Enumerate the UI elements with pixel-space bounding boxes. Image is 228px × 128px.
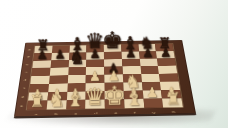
square-c4[interactable]	[67, 75, 86, 83]
square-b4[interactable]	[49, 75, 68, 83]
square-h1[interactable]: ♜	[162, 98, 183, 107]
square-d6[interactable]	[86, 59, 104, 67]
square-g4[interactable]	[141, 74, 160, 82]
piece-white-pawn-d4[interactable]: ♟	[89, 70, 101, 83]
square-c1[interactable]: ♝	[66, 100, 86, 109]
board-grid: ♜♝♛♚♝♞♜♟♟♟♟♟♟♟♞♟♟♟♞♟♟♟♟♟♟♜♞♝♛♚♝♜	[27, 44, 183, 110]
square-e1[interactable]: ♚	[105, 99, 125, 108]
piece-black-pawn-g7[interactable]: ♟	[142, 46, 153, 59]
square-a1[interactable]: ♜	[27, 101, 47, 110]
rank-label-7: 7	[27, 56, 30, 58]
rank-label-5: 5	[25, 71, 29, 74]
rank-label-1: 1	[20, 104, 24, 107]
piece-black-pawn-a7[interactable]: ♟	[36, 48, 47, 61]
piece-white-bishop-f1[interactable]: ♝	[125, 88, 143, 108]
piece-white-rook-h1[interactable]: ♜	[165, 90, 180, 107]
piece-white-rook-a1[interactable]: ♜	[29, 93, 44, 110]
square-h4[interactable]	[159, 73, 179, 81]
board-frame: 87654321 abcdefgh ♜♝♛♚♝♞♜♟♟♟♟♟♟♟♞♟♟♟♞♟♟♟…	[14, 40, 196, 117]
file-label-c: c	[74, 112, 77, 115]
piece-black-knight-c6[interactable]: ♞	[69, 50, 85, 68]
square-d1[interactable]: ♛	[85, 100, 105, 109]
square-b1[interactable]: ♞	[46, 100, 66, 109]
piece-white-king-e1[interactable]: ♚	[103, 82, 126, 108]
square-f1[interactable]: ♝	[124, 99, 144, 108]
rank-label-8: 8	[28, 49, 31, 51]
chessboard-photo: 87654321 abcdefgh ♜♝♛♚♝♞♜♟♟♟♟♟♟♟♞♟♟♟♞♟♟♟…	[0, 0, 228, 128]
square-f7[interactable]: ♟	[121, 51, 139, 59]
square-g1[interactable]	[143, 99, 163, 108]
file-label-f: f	[133, 111, 135, 114]
file-label-g: g	[152, 110, 156, 113]
piece-black-pawn-h7[interactable]: ♟	[160, 46, 171, 59]
piece-black-pawn-d7[interactable]: ♟	[89, 47, 100, 60]
piece-white-knight-b1[interactable]: ♞	[47, 90, 64, 109]
square-c6[interactable]: ♞	[68, 60, 86, 68]
rank-label-6: 6	[26, 63, 29, 65]
piece-black-pawn-f7[interactable]: ♟	[125, 46, 136, 59]
square-e8[interactable]: ♚	[104, 45, 122, 52]
piece-white-bishop-c1[interactable]: ♝	[66, 89, 84, 109]
file-label-e: e	[114, 111, 117, 114]
file-label-b: b	[54, 112, 58, 115]
piece-black-pawn-b7[interactable]: ♟	[54, 47, 65, 60]
piece-white-pawn-g2[interactable]: ♟	[146, 85, 158, 99]
file-label-a: a	[34, 112, 38, 115]
square-c5[interactable]	[68, 67, 86, 75]
square-g2[interactable]: ♟	[142, 90, 162, 99]
piece-black-king-e8[interactable]: ♚	[102, 29, 123, 52]
rank-label-2: 2	[21, 95, 25, 98]
square-b7[interactable]: ♟	[51, 53, 69, 61]
file-label-d: d	[94, 111, 97, 114]
file-label-h: h	[172, 110, 176, 113]
rank-label-4: 4	[23, 79, 27, 82]
rank-label-3: 3	[22, 87, 26, 90]
